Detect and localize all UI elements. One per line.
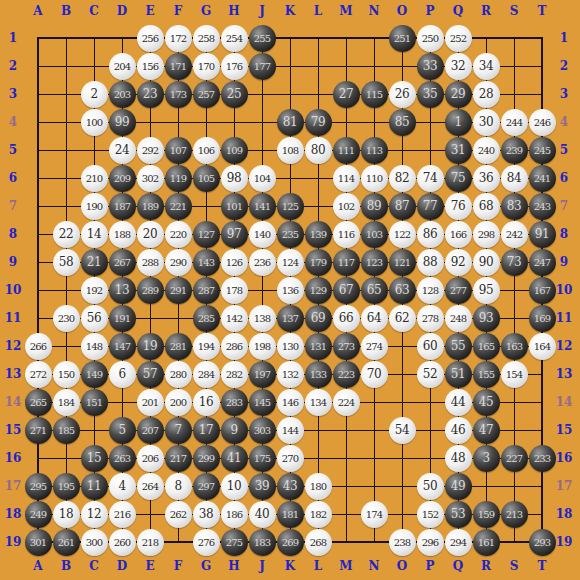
stone-D9[interactable]: 267 <box>109 249 136 276</box>
stone-K17[interactable]: 43 <box>277 473 304 500</box>
stone-Q12[interactable]: 55 <box>445 333 472 360</box>
stone-M5[interactable]: 111 <box>333 137 360 164</box>
col-label-top-Q: Q <box>453 5 463 17</box>
stone-F7[interactable]: 221 <box>165 193 192 220</box>
stone-D6[interactable]: 209 <box>109 165 136 192</box>
stone-L14[interactable]: 134 <box>305 389 332 416</box>
stone-N12[interactable]: 274 <box>361 333 388 360</box>
move-number: 64 <box>367 311 381 325</box>
col-label-top-G: G <box>201 5 211 17</box>
stone-G5[interactable]: 106 <box>193 137 220 164</box>
move-number: 190 <box>86 201 103 212</box>
row-label-right-5: 5 <box>560 144 568 156</box>
stone-E14[interactable]: 201 <box>137 389 164 416</box>
stone-D17[interactable]: 4 <box>109 473 136 500</box>
stone-S8[interactable]: 242 <box>501 221 528 248</box>
stone-H15[interactable]: 9 <box>221 417 248 444</box>
stone-D10[interactable]: 13 <box>109 277 136 304</box>
col-label-bottom-A: A <box>33 560 42 572</box>
stone-R10[interactable]: 95 <box>473 277 500 304</box>
stone-P11[interactable]: 278 <box>417 305 444 332</box>
stone-C6[interactable]: 210 <box>81 165 108 192</box>
stone-B9[interactable]: 58 <box>53 249 80 276</box>
stone-F3[interactable]: 173 <box>165 81 192 108</box>
stone-F2[interactable]: 171 <box>165 53 192 80</box>
stone-P13[interactable]: 52 <box>417 361 444 388</box>
stone-H11[interactable]: 142 <box>221 305 248 332</box>
stone-D16[interactable]: 263 <box>109 445 136 472</box>
stone-K19[interactable]: 269 <box>277 529 304 556</box>
stone-H2[interactable]: 176 <box>221 53 248 80</box>
stone-H3[interactable]: 25 <box>221 81 248 108</box>
move-number: 290 <box>170 257 187 268</box>
stone-Q9[interactable]: 92 <box>445 249 472 276</box>
stone-S4[interactable]: 244 <box>501 109 528 136</box>
stone-R16[interactable]: 3 <box>473 445 500 472</box>
stone-J19[interactable]: 183 <box>249 529 276 556</box>
stone-S9[interactable]: 73 <box>501 249 528 276</box>
move-number: 177 <box>254 61 271 72</box>
stone-L18[interactable]: 182 <box>305 501 332 528</box>
stone-P9[interactable]: 88 <box>417 249 444 276</box>
stone-S18[interactable]: 213 <box>501 501 528 528</box>
stone-C3[interactable]: 2 <box>81 81 108 108</box>
stone-E5[interactable]: 292 <box>137 137 164 164</box>
stone-O19[interactable]: 238 <box>389 529 416 556</box>
stone-G17[interactable]: 297 <box>193 473 220 500</box>
stone-N6[interactable]: 110 <box>361 165 388 192</box>
stone-E9[interactable]: 288 <box>137 249 164 276</box>
stone-A13[interactable]: 272 <box>25 361 52 388</box>
stone-K4[interactable]: 81 <box>277 109 304 136</box>
stone-Q11[interactable]: 248 <box>445 305 472 332</box>
stone-E3[interactable]: 23 <box>137 81 164 108</box>
stone-M14[interactable]: 224 <box>333 389 360 416</box>
stone-Q13[interactable]: 51 <box>445 361 472 388</box>
stone-F15[interactable]: 7 <box>165 417 192 444</box>
stone-N3[interactable]: 115 <box>361 81 388 108</box>
stone-K5[interactable]: 108 <box>277 137 304 164</box>
stone-E16[interactable]: 206 <box>137 445 164 472</box>
stone-H18[interactable]: 186 <box>221 501 248 528</box>
stone-S7[interactable]: 83 <box>501 193 528 220</box>
stone-C14[interactable]: 151 <box>81 389 108 416</box>
stone-O8[interactable]: 122 <box>389 221 416 248</box>
stone-B8[interactable]: 22 <box>53 221 80 248</box>
move-number: 10 <box>227 479 241 493</box>
stone-S12[interactable]: 163 <box>501 333 528 360</box>
stone-B11[interactable]: 230 <box>53 305 80 332</box>
stone-S16[interactable]: 227 <box>501 445 528 472</box>
stone-D19[interactable]: 260 <box>109 529 136 556</box>
move-number: 103 <box>366 229 383 240</box>
stone-E17[interactable]: 264 <box>137 473 164 500</box>
stone-R6[interactable]: 36 <box>473 165 500 192</box>
stone-N8[interactable]: 103 <box>361 221 388 248</box>
stone-T11[interactable]: 169 <box>529 305 556 332</box>
move-number: 43 <box>283 479 297 493</box>
stone-E1[interactable]: 256 <box>137 25 164 52</box>
move-number: 133 <box>310 369 327 380</box>
stone-F18[interactable]: 262 <box>165 501 192 528</box>
stone-S6[interactable]: 84 <box>501 165 528 192</box>
stone-G11[interactable]: 285 <box>193 305 220 332</box>
stone-J18[interactable]: 40 <box>249 501 276 528</box>
stone-N5[interactable]: 113 <box>361 137 388 164</box>
move-number: 188 <box>114 229 131 240</box>
stone-Q15[interactable]: 46 <box>445 417 472 444</box>
stone-L13[interactable]: 133 <box>305 361 332 388</box>
stone-M13[interactable]: 223 <box>333 361 360 388</box>
stone-T5[interactable]: 245 <box>529 137 556 164</box>
stone-K7[interactable]: 125 <box>277 193 304 220</box>
stone-G1[interactable]: 258 <box>193 25 220 52</box>
row-label-left-4: 4 <box>9 116 17 128</box>
stone-M9[interactable]: 117 <box>333 249 360 276</box>
stone-J17[interactable]: 39 <box>249 473 276 500</box>
stone-Q19[interactable]: 294 <box>445 529 472 556</box>
stone-P1[interactable]: 250 <box>417 25 444 52</box>
stone-J14[interactable]: 145 <box>249 389 276 416</box>
move-number: 11 <box>87 479 101 493</box>
stone-R11[interactable]: 93 <box>473 305 500 332</box>
row-label-right-19: 19 <box>556 536 573 548</box>
stone-C13[interactable]: 149 <box>81 361 108 388</box>
stone-L10[interactable]: 129 <box>305 277 332 304</box>
stone-L4[interactable]: 79 <box>305 109 332 136</box>
move-number: 249 <box>30 509 47 520</box>
stone-M8[interactable]: 116 <box>333 221 360 248</box>
stone-E10[interactable]: 289 <box>137 277 164 304</box>
stone-C11[interactable]: 56 <box>81 305 108 332</box>
stone-G2[interactable]: 170 <box>193 53 220 80</box>
stone-N7[interactable]: 89 <box>361 193 388 220</box>
stone-P10[interactable]: 128 <box>417 277 444 304</box>
stone-A12[interactable]: 266 <box>25 333 52 360</box>
stone-H6[interactable]: 98 <box>221 165 248 192</box>
stone-D7[interactable]: 187 <box>109 193 136 220</box>
stone-J2[interactable]: 177 <box>249 53 276 80</box>
stone-T9[interactable]: 247 <box>529 249 556 276</box>
stone-P12[interactable]: 60 <box>417 333 444 360</box>
move-number: 50 <box>423 479 437 493</box>
move-number: 116 <box>338 229 355 240</box>
stone-E19[interactable]: 218 <box>137 529 164 556</box>
move-number: 276 <box>198 537 215 548</box>
stone-H9[interactable]: 126 <box>221 249 248 276</box>
move-number: 35 <box>423 87 437 101</box>
stone-P6[interactable]: 74 <box>417 165 444 192</box>
stone-T10[interactable]: 167 <box>529 277 556 304</box>
move-number: 204 <box>114 61 131 72</box>
stone-J8[interactable]: 140 <box>249 221 276 248</box>
stone-E6[interactable]: 302 <box>137 165 164 192</box>
stone-H17[interactable]: 10 <box>221 473 248 500</box>
move-number: 174 <box>366 509 383 520</box>
stone-T19[interactable]: 293 <box>529 529 556 556</box>
stone-N10[interactable]: 65 <box>361 277 388 304</box>
stone-N13[interactable]: 70 <box>361 361 388 388</box>
stone-H7[interactable]: 101 <box>221 193 248 220</box>
stone-F12[interactable]: 281 <box>165 333 192 360</box>
move-number: 294 <box>450 537 467 548</box>
stone-C9[interactable]: 21 <box>81 249 108 276</box>
stone-P3[interactable]: 35 <box>417 81 444 108</box>
row-label-right-6: 6 <box>560 172 568 184</box>
stone-F6[interactable]: 119 <box>165 165 192 192</box>
stone-G3[interactable]: 257 <box>193 81 220 108</box>
stone-D4[interactable]: 99 <box>109 109 136 136</box>
stone-R15[interactable]: 47 <box>473 417 500 444</box>
stone-P17[interactable]: 50 <box>417 473 444 500</box>
stone-D15[interactable]: 5 <box>109 417 136 444</box>
stone-D8[interactable]: 188 <box>109 221 136 248</box>
stone-C10[interactable]: 192 <box>81 277 108 304</box>
stone-D3[interactable]: 203 <box>109 81 136 108</box>
stone-R18[interactable]: 159 <box>473 501 500 528</box>
stone-H12[interactable]: 286 <box>221 333 248 360</box>
stone-F8[interactable]: 220 <box>165 221 192 248</box>
stone-N18[interactable]: 174 <box>361 501 388 528</box>
stone-O1[interactable]: 251 <box>389 25 416 52</box>
stone-K14[interactable]: 146 <box>277 389 304 416</box>
stone-R5[interactable]: 240 <box>473 137 500 164</box>
stone-Q4[interactable]: 1 <box>445 109 472 136</box>
stone-A15[interactable]: 271 <box>25 417 52 444</box>
stone-B18[interactable]: 18 <box>53 501 80 528</box>
stone-Q14[interactable]: 44 <box>445 389 472 416</box>
stone-B13[interactable]: 150 <box>53 361 80 388</box>
stone-G13[interactable]: 284 <box>193 361 220 388</box>
stone-F9[interactable]: 290 <box>165 249 192 276</box>
stone-H13[interactable]: 282 <box>221 361 248 388</box>
stone-B19[interactable]: 261 <box>53 529 80 556</box>
stone-C4[interactable]: 100 <box>81 109 108 136</box>
stone-T4[interactable]: 246 <box>529 109 556 136</box>
stone-D12[interactable]: 147 <box>109 333 136 360</box>
stone-G10[interactable]: 287 <box>193 277 220 304</box>
stone-J13[interactable]: 197 <box>249 361 276 388</box>
stone-L9[interactable]: 179 <box>305 249 332 276</box>
stone-M10[interactable]: 67 <box>333 277 360 304</box>
stone-G19[interactable]: 276 <box>193 529 220 556</box>
stone-Q1[interactable]: 252 <box>445 25 472 52</box>
stone-J6[interactable]: 104 <box>249 165 276 192</box>
stone-L19[interactable]: 268 <box>305 529 332 556</box>
stone-A19[interactable]: 301 <box>25 529 52 556</box>
stone-Q3[interactable]: 29 <box>445 81 472 108</box>
stone-D13[interactable]: 6 <box>109 361 136 388</box>
stone-T12[interactable]: 164 <box>529 333 556 360</box>
move-number: 85 <box>395 115 409 129</box>
stone-E13[interactable]: 57 <box>137 361 164 388</box>
stone-J1[interactable]: 255 <box>249 25 276 52</box>
stone-O3[interactable]: 26 <box>389 81 416 108</box>
stone-H16[interactable]: 41 <box>221 445 248 472</box>
stone-O15[interactable]: 54 <box>389 417 416 444</box>
stone-R2[interactable]: 34 <box>473 53 500 80</box>
stone-K12[interactable]: 130 <box>277 333 304 360</box>
stone-S5[interactable]: 239 <box>501 137 528 164</box>
stone-J7[interactable]: 141 <box>249 193 276 220</box>
stone-S13[interactable]: 154 <box>501 361 528 388</box>
stone-P2[interactable]: 33 <box>417 53 444 80</box>
stone-M7[interactable]: 102 <box>333 193 360 220</box>
stone-E7[interactable]: 189 <box>137 193 164 220</box>
stone-N9[interactable]: 123 <box>361 249 388 276</box>
stone-D2[interactable]: 204 <box>109 53 136 80</box>
stone-C19[interactable]: 300 <box>81 529 108 556</box>
stone-C8[interactable]: 14 <box>81 221 108 248</box>
stone-T6[interactable]: 241 <box>529 165 556 192</box>
stone-C18[interactable]: 12 <box>81 501 108 528</box>
stone-K16[interactable]: 270 <box>277 445 304 472</box>
stone-Q6[interactable]: 75 <box>445 165 472 192</box>
move-number: 86 <box>423 227 437 241</box>
stone-Q8[interactable]: 166 <box>445 221 472 248</box>
stone-K9[interactable]: 124 <box>277 249 304 276</box>
stone-D11[interactable]: 191 <box>109 305 136 332</box>
stone-F5[interactable]: 107 <box>165 137 192 164</box>
move-number: 240 <box>478 145 495 156</box>
stone-J11[interactable]: 138 <box>249 305 276 332</box>
stone-O9[interactable]: 121 <box>389 249 416 276</box>
stone-P7[interactable]: 77 <box>417 193 444 220</box>
stone-E12[interactable]: 19 <box>137 333 164 360</box>
stone-R4[interactable]: 30 <box>473 109 500 136</box>
stone-J9[interactable]: 236 <box>249 249 276 276</box>
move-number: 91 <box>535 227 549 241</box>
stone-A17[interactable]: 295 <box>25 473 52 500</box>
stone-O6[interactable]: 82 <box>389 165 416 192</box>
stone-G16[interactable]: 299 <box>193 445 220 472</box>
stone-Q16[interactable]: 48 <box>445 445 472 472</box>
stone-K13[interactable]: 132 <box>277 361 304 388</box>
stone-G6[interactable]: 105 <box>193 165 220 192</box>
stone-F1[interactable]: 172 <box>165 25 192 52</box>
stone-G12[interactable]: 194 <box>193 333 220 360</box>
stone-G8[interactable]: 127 <box>193 221 220 248</box>
stone-E15[interactable]: 207 <box>137 417 164 444</box>
stone-T8[interactable]: 91 <box>529 221 556 248</box>
stone-R9[interactable]: 90 <box>473 249 500 276</box>
stone-B14[interactable]: 184 <box>53 389 80 416</box>
stone-K18[interactable]: 181 <box>277 501 304 528</box>
stone-A18[interactable]: 249 <box>25 501 52 528</box>
stone-G14[interactable]: 16 <box>193 389 220 416</box>
stone-H1[interactable]: 254 <box>221 25 248 52</box>
stone-H19[interactable]: 275 <box>221 529 248 556</box>
stone-P19[interactable]: 296 <box>417 529 444 556</box>
stone-F13[interactable]: 280 <box>165 361 192 388</box>
stone-Q17[interactable]: 49 <box>445 473 472 500</box>
stone-K11[interactable]: 137 <box>277 305 304 332</box>
stone-R13[interactable]: 155 <box>473 361 500 388</box>
stone-C16[interactable]: 15 <box>81 445 108 472</box>
stone-G9[interactable]: 143 <box>193 249 220 276</box>
stone-Q18[interactable]: 53 <box>445 501 472 528</box>
stone-N11[interactable]: 64 <box>361 305 388 332</box>
stone-R19[interactable]: 161 <box>473 529 500 556</box>
stone-M6[interactable]: 114 <box>333 165 360 192</box>
stone-J12[interactable]: 198 <box>249 333 276 360</box>
move-number: 254 <box>226 33 243 44</box>
stone-R7[interactable]: 68 <box>473 193 500 220</box>
stone-O4[interactable]: 85 <box>389 109 416 136</box>
stone-H10[interactable]: 178 <box>221 277 248 304</box>
move-number: 127 <box>198 229 215 240</box>
stone-K15[interactable]: 144 <box>277 417 304 444</box>
stone-P8[interactable]: 86 <box>417 221 444 248</box>
stone-A14[interactable]: 265 <box>25 389 52 416</box>
stone-H8[interactable]: 97 <box>221 221 248 248</box>
col-label-top-T: T <box>538 5 547 17</box>
stone-E8[interactable]: 20 <box>137 221 164 248</box>
stone-D5[interactable]: 24 <box>109 137 136 164</box>
stone-L8[interactable]: 139 <box>305 221 332 248</box>
stone-Q10[interactable]: 277 <box>445 277 472 304</box>
stone-M11[interactable]: 66 <box>333 305 360 332</box>
stone-J15[interactable]: 303 <box>249 417 276 444</box>
move-number: 49 <box>451 479 465 493</box>
stone-J16[interactable]: 175 <box>249 445 276 472</box>
stone-F10[interactable]: 291 <box>165 277 192 304</box>
stone-C17[interactable]: 11 <box>81 473 108 500</box>
stone-O7[interactable]: 87 <box>389 193 416 220</box>
stone-F14[interactable]: 200 <box>165 389 192 416</box>
move-number: 74 <box>423 171 437 185</box>
stone-G18[interactable]: 38 <box>193 501 220 528</box>
move-number: 121 <box>394 257 411 268</box>
stone-F17[interactable]: 8 <box>165 473 192 500</box>
stone-Q2[interactable]: 32 <box>445 53 472 80</box>
col-label-bottom-T: T <box>538 560 547 572</box>
stone-L11[interactable]: 69 <box>305 305 332 332</box>
stone-R8[interactable]: 298 <box>473 221 500 248</box>
stone-O11[interactable]: 62 <box>389 305 416 332</box>
stone-B15[interactable]: 185 <box>53 417 80 444</box>
stone-C12[interactable]: 148 <box>81 333 108 360</box>
stone-T7[interactable]: 243 <box>529 193 556 220</box>
stone-L17[interactable]: 180 <box>305 473 332 500</box>
stone-D18[interactable]: 216 <box>109 501 136 528</box>
move-number: 302 <box>142 173 159 184</box>
stone-H14[interactable]: 283 <box>221 389 248 416</box>
stone-L5[interactable]: 80 <box>305 137 332 164</box>
stone-R3[interactable]: 28 <box>473 81 500 108</box>
stone-Q7[interactable]: 76 <box>445 193 472 220</box>
stone-R12[interactable]: 165 <box>473 333 500 360</box>
stone-M12[interactable]: 273 <box>333 333 360 360</box>
stone-R14[interactable]: 45 <box>473 389 500 416</box>
move-number: 245 <box>534 145 551 156</box>
stone-K8[interactable]: 235 <box>277 221 304 248</box>
stone-K10[interactable]: 136 <box>277 277 304 304</box>
stone-B17[interactable]: 195 <box>53 473 80 500</box>
stone-O10[interactable]: 63 <box>389 277 416 304</box>
stone-L12[interactable]: 131 <box>305 333 332 360</box>
stone-F16[interactable]: 217 <box>165 445 192 472</box>
stone-Q5[interactable]: 31 <box>445 137 472 164</box>
stone-C7[interactable]: 190 <box>81 193 108 220</box>
row-label-right-8: 8 <box>560 228 568 240</box>
stone-G15[interactable]: 17 <box>193 417 220 444</box>
stone-M3[interactable]: 27 <box>333 81 360 108</box>
stone-E2[interactable]: 156 <box>137 53 164 80</box>
stone-P18[interactable]: 152 <box>417 501 444 528</box>
stone-T16[interactable]: 233 <box>529 445 556 472</box>
stone-H5[interactable]: 109 <box>221 137 248 164</box>
